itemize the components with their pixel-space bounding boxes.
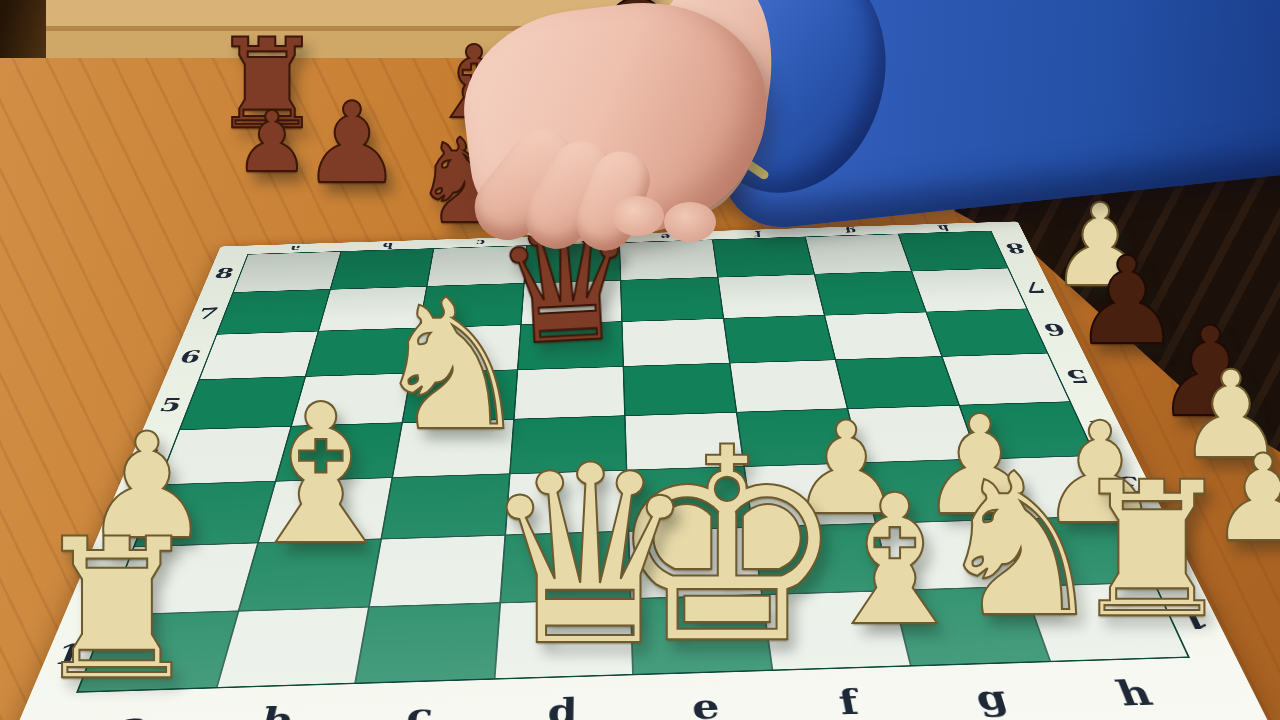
file-label-top-a: a <box>289 244 301 252</box>
rank-label-left-7: 7 <box>196 305 221 321</box>
square-h8[interactable] <box>899 231 1008 270</box>
piece-white-rook-h1[interactable]: ♜ <box>1068 457 1236 644</box>
file-label-top-e: e <box>660 233 670 241</box>
square-c1[interactable] <box>356 603 499 682</box>
piece-dark-pawn[interactable]: ♟ <box>596 0 678 45</box>
square-f8[interactable] <box>713 237 814 277</box>
square-a8[interactable] <box>234 252 340 292</box>
file-label-top-h: h <box>936 224 950 232</box>
piece-white-bishop-b2[interactable]: ♝ <box>234 379 407 572</box>
square-f6[interactable] <box>724 315 835 362</box>
file-label-bottom-h: h <box>1112 676 1157 711</box>
file-label-top-b: b <box>382 241 394 249</box>
piece-dark-pawn-b7[interactable]: ♟ <box>302 87 402 199</box>
file-label-top-g: g <box>844 227 857 235</box>
rank-label-left-6: 6 <box>177 348 203 365</box>
file-label-top-f: f <box>754 230 762 238</box>
square-g8[interactable] <box>806 234 911 274</box>
rank-label-right-7: 7 <box>1021 280 1047 295</box>
piece-white-rook-a1[interactable]: ♜ <box>30 513 204 707</box>
piece-white-queen-d1[interactable]: ♛ <box>479 433 700 680</box>
rank-label-right-6: 6 <box>1041 321 1068 338</box>
file-label-bottom-c: c <box>404 699 434 720</box>
chess-video-frame: 1122334455667788aabbccddeeffgghh ♜♟♟♝♞♛♟… <box>0 0 1280 720</box>
square-g7[interactable] <box>815 272 925 315</box>
file-label-bottom-b: b <box>258 703 296 720</box>
square-g6[interactable] <box>825 312 940 359</box>
square-a7[interactable] <box>218 290 330 334</box>
file-label-bottom-g: g <box>971 681 1011 716</box>
square-h6[interactable] <box>927 309 1047 356</box>
square-f7[interactable] <box>718 275 823 318</box>
square-b1[interactable] <box>217 607 368 686</box>
rank-label-left-8: 8 <box>213 266 237 280</box>
piece-dark-pawn-a7[interactable]: ♟ <box>234 100 309 184</box>
rank-label-right-8: 8 <box>1003 241 1028 255</box>
square-h7[interactable] <box>912 269 1026 312</box>
